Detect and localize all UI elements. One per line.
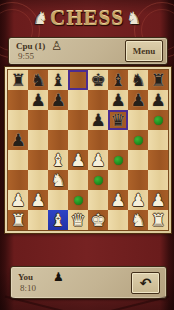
square-b7[interactable]: ♟ xyxy=(28,90,48,110)
piece-black-pawn: ♟ xyxy=(150,92,165,109)
square-g8[interactable]: ♞ xyxy=(128,70,148,90)
square-g7[interactable]: ♟ xyxy=(128,90,148,110)
square-b2[interactable]: ♟ xyxy=(28,190,48,210)
square-a8[interactable]: ♜ xyxy=(8,70,28,90)
square-h7[interactable]: ♟ xyxy=(148,90,168,110)
piece-black-pawn: ♟ xyxy=(130,92,145,109)
square-h5[interactable] xyxy=(148,130,168,150)
square-f8[interactable]: ♝ xyxy=(108,70,128,90)
piece-white-pawn: ♟ xyxy=(90,152,105,169)
piece-black-pawn: ♟ xyxy=(110,92,125,109)
piece-black-queen: ♛ xyxy=(110,112,125,129)
square-c6[interactable] xyxy=(48,110,68,130)
legal-move-dot[interactable] xyxy=(134,136,143,145)
title-bar: ♞ CHESS ♞ xyxy=(0,2,174,34)
legal-move-dot[interactable] xyxy=(94,176,103,185)
piece-black-rook: ♜ xyxy=(150,72,165,89)
piece-black-pawn: ♟ xyxy=(50,92,65,109)
player-panel: You ♟ 8:10 ↶ xyxy=(10,266,167,299)
piece-white-knight: ♞ xyxy=(50,172,65,189)
square-h8[interactable]: ♜ xyxy=(148,70,168,90)
square-f6[interactable]: ♛ xyxy=(108,110,128,130)
square-h4[interactable] xyxy=(148,150,168,170)
square-g6[interactable] xyxy=(128,110,148,130)
opponent-clock: 9:55 xyxy=(18,51,34,61)
square-g3[interactable] xyxy=(128,170,148,190)
menu-button[interactable]: Menu xyxy=(125,40,163,62)
piece-white-pawn: ♟ xyxy=(30,192,45,209)
black-pawn-icon: ♟ xyxy=(53,271,64,283)
piece-white-bishop: ♝ xyxy=(50,212,65,229)
board-frame: ♜♞♝♚♝♞♜♟♟♟♟♟♟♛♟♝♟♟♞♟♟♟♟♟♜♝♛♚♞♜ xyxy=(4,66,172,234)
square-d1[interactable]: ♛ xyxy=(68,210,88,230)
square-d3[interactable] xyxy=(68,170,88,190)
square-c3[interactable]: ♞ xyxy=(48,170,68,190)
piece-black-knight: ♞ xyxy=(130,72,145,89)
square-e2[interactable] xyxy=(88,190,108,210)
square-e6[interactable]: ♟ xyxy=(88,110,108,130)
player-name: You xyxy=(18,272,33,282)
square-d5[interactable] xyxy=(68,130,88,150)
opponent-panel: Cpu (1) ♙ 9:55 Menu xyxy=(8,37,168,65)
knight-left-icon: ♞ xyxy=(33,10,48,27)
square-c2[interactable] xyxy=(48,190,68,210)
square-d4[interactable]: ♟ xyxy=(68,150,88,170)
square-c4[interactable]: ♝ xyxy=(48,150,68,170)
square-b4[interactable] xyxy=(28,150,48,170)
square-h2[interactable]: ♟ xyxy=(148,190,168,210)
piece-white-queen: ♛ xyxy=(70,212,85,229)
piece-black-pawn: ♟ xyxy=(30,92,45,109)
square-g5[interactable] xyxy=(128,130,148,150)
square-g1[interactable]: ♞ xyxy=(128,210,148,230)
square-f5[interactable] xyxy=(108,130,128,150)
square-e7[interactable] xyxy=(88,90,108,110)
piece-white-pawn: ♟ xyxy=(70,152,85,169)
piece-white-pawn: ♟ xyxy=(150,192,165,209)
square-c1[interactable]: ♝ xyxy=(48,210,68,230)
square-a1[interactable]: ♜ xyxy=(8,210,28,230)
square-a5[interactable]: ♟ xyxy=(8,130,28,150)
piece-black-bishop: ♝ xyxy=(50,72,65,89)
square-b6[interactable] xyxy=(28,110,48,130)
square-e4[interactable]: ♟ xyxy=(88,150,108,170)
square-h1[interactable]: ♜ xyxy=(148,210,168,230)
square-e5[interactable] xyxy=(88,130,108,150)
square-a2[interactable]: ♟ xyxy=(8,190,28,210)
player-clock: 8:10 xyxy=(20,283,36,293)
white-pawn-icon: ♙ xyxy=(51,40,62,52)
square-h6[interactable] xyxy=(148,110,168,130)
chess-board: ♜♞♝♚♝♞♜♟♟♟♟♟♟♛♟♝♟♟♞♟♟♟♟♟♜♝♛♚♞♜ xyxy=(7,69,169,231)
piece-black-king: ♚ xyxy=(90,72,105,89)
piece-black-pawn: ♟ xyxy=(10,132,25,149)
piece-white-king: ♚ xyxy=(90,212,105,229)
piece-white-pawn: ♟ xyxy=(130,192,145,209)
square-d7[interactable] xyxy=(68,90,88,110)
piece-black-pawn: ♟ xyxy=(90,112,105,129)
square-c5[interactable] xyxy=(48,130,68,150)
piece-white-pawn: ♟ xyxy=(110,192,125,209)
piece-white-rook: ♜ xyxy=(10,212,25,229)
piece-white-bishop: ♝ xyxy=(50,152,65,169)
square-e3[interactable] xyxy=(88,170,108,190)
legal-move-dot[interactable] xyxy=(74,196,83,205)
square-b1[interactable] xyxy=(28,210,48,230)
opponent-name: Cpu (1) xyxy=(16,41,45,51)
legal-move-dot[interactable] xyxy=(114,156,123,165)
square-b5[interactable] xyxy=(28,130,48,150)
square-c8[interactable]: ♝ xyxy=(48,70,68,90)
piece-black-knight: ♞ xyxy=(30,72,45,89)
square-a7[interactable] xyxy=(8,90,28,110)
square-a6[interactable] xyxy=(8,110,28,130)
knight-right-icon: ♞ xyxy=(126,10,141,27)
square-h3[interactable] xyxy=(148,170,168,190)
square-b8[interactable]: ♞ xyxy=(28,70,48,90)
app-screen: ♞ CHESS ♞ Cpu (1) ♙ 9:55 Menu ♜♞♝♚♝♞♜♟♟♟… xyxy=(0,0,174,310)
square-g4[interactable] xyxy=(128,150,148,170)
square-f1[interactable] xyxy=(108,210,128,230)
piece-white-knight: ♞ xyxy=(130,212,145,229)
square-d2[interactable] xyxy=(68,190,88,210)
square-c7[interactable]: ♟ xyxy=(48,90,68,110)
piece-white-rook: ♜ xyxy=(150,212,165,229)
undo-button[interactable]: ↶ xyxy=(131,272,160,294)
square-f7[interactable]: ♟ xyxy=(108,90,128,110)
legal-move-dot[interactable] xyxy=(154,116,163,125)
app-title: CHESS xyxy=(50,6,124,31)
square-e8[interactable]: ♚ xyxy=(88,70,108,90)
square-f2[interactable]: ♟ xyxy=(108,190,128,210)
piece-black-rook: ♜ xyxy=(10,72,25,89)
square-g2[interactable]: ♟ xyxy=(128,190,148,210)
square-d6[interactable] xyxy=(68,110,88,130)
undo-arrow-icon: ↶ xyxy=(140,275,152,291)
square-d8[interactable] xyxy=(68,70,88,90)
square-e1[interactable]: ♚ xyxy=(88,210,108,230)
square-a3[interactable] xyxy=(8,170,28,190)
square-b3[interactable] xyxy=(28,170,48,190)
piece-white-pawn: ♟ xyxy=(10,192,25,209)
square-f4[interactable] xyxy=(108,150,128,170)
square-a4[interactable] xyxy=(8,150,28,170)
piece-black-bishop: ♝ xyxy=(110,72,125,89)
square-f3[interactable] xyxy=(108,170,128,190)
